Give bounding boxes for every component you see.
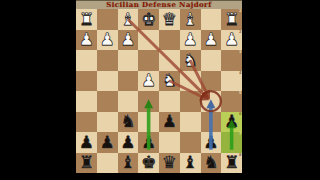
- square-b6[interactable]: [201, 112, 222, 133]
- black-pawn: ♟: [120, 134, 135, 151]
- rank-label-3: 3: [239, 50, 242, 54]
- rank-label-2: 2: [239, 30, 242, 34]
- square-g7[interactable]: ♟: [97, 132, 118, 153]
- black-pawn: ♟: [162, 113, 177, 130]
- black-pawn: ♟: [224, 113, 239, 130]
- black-pawn: ♟: [141, 134, 156, 151]
- black-rook: ♜: [79, 154, 94, 171]
- square-b2[interactable]: ♟: [201, 30, 222, 51]
- black-queen: ♛: [162, 154, 177, 171]
- black-rook: ♜: [224, 154, 239, 171]
- white-pawn: ♟: [224, 31, 239, 48]
- square-d1[interactable]: ♛: [159, 9, 180, 30]
- square-d7[interactable]: [159, 132, 180, 153]
- black-bishop: ♝: [183, 154, 198, 171]
- square-b8[interactable]: ♞: [201, 153, 222, 174]
- square-d8[interactable]: ♛: [159, 153, 180, 174]
- rank-label-8: 8: [239, 153, 242, 157]
- white-knight: ♞: [183, 52, 198, 69]
- white-pawn: ♟: [183, 31, 198, 48]
- title-bar: Sicilian Defense Najdorf: [76, 0, 242, 9]
- square-d6[interactable]: ♟: [159, 112, 180, 133]
- square-e6[interactable]: [138, 112, 159, 133]
- square-h1[interactable]: ♜: [76, 9, 97, 30]
- rank-label-7: 7: [239, 132, 242, 136]
- square-b4[interactable]: [201, 71, 222, 92]
- square-e7[interactable]: ♟: [138, 132, 159, 153]
- black-pawn: ♟: [100, 134, 115, 151]
- white-knight: ♞: [162, 72, 177, 89]
- rank-label-1: 1: [239, 9, 242, 13]
- white-pawn: ♟: [120, 31, 135, 48]
- square-a3[interactable]: 3: [221, 50, 242, 71]
- black-king: ♚: [141, 154, 156, 171]
- square-c1[interactable]: ♝: [180, 9, 201, 30]
- rank-label-5: 5: [239, 91, 242, 95]
- square-f7[interactable]: ♟: [118, 132, 139, 153]
- square-d2[interactable]: [159, 30, 180, 51]
- square-f2[interactable]: ♟: [118, 30, 139, 51]
- rank-label-4: 4: [239, 71, 242, 75]
- black-pawn: ♟: [203, 134, 218, 151]
- black-pawn: ♟: [79, 134, 94, 151]
- square-g3[interactable]: [97, 50, 118, 71]
- white-bishop: ♝: [183, 11, 198, 28]
- square-c7[interactable]: [180, 132, 201, 153]
- square-e5[interactable]: [138, 91, 159, 112]
- square-g8[interactable]: [97, 153, 118, 174]
- black-knight: ♞: [203, 154, 218, 171]
- rank-label-6: 6: [239, 112, 242, 116]
- white-rook: ♜: [224, 11, 239, 28]
- square-g4[interactable]: [97, 71, 118, 92]
- video-frame: Sicilian Defense Najdorf ♜♝♚♛♝♜1♟♟♟♟♟♟2♞…: [0, 0, 320, 180]
- square-c2[interactable]: ♟: [180, 30, 201, 51]
- square-a7[interactable]: 7: [221, 132, 242, 153]
- white-bishop: ♝: [120, 11, 135, 28]
- square-f4[interactable]: [118, 71, 139, 92]
- square-e2[interactable]: [138, 30, 159, 51]
- white-pawn: ♟: [79, 31, 94, 48]
- chess-board[interactable]: ♜♝♚♛♝♜1♟♟♟♟♟♟2♞3♟♞45♞♟♟6♟♟♟♟♟7♜♝♚♛♝♞♜8: [76, 9, 242, 173]
- square-f3[interactable]: [118, 50, 139, 71]
- square-b5[interactable]: [201, 91, 222, 112]
- square-d4[interactable]: ♞: [159, 71, 180, 92]
- square-h4[interactable]: [76, 71, 97, 92]
- square-g1[interactable]: [97, 9, 118, 30]
- square-b1[interactable]: [201, 9, 222, 30]
- square-h7[interactable]: ♟: [76, 132, 97, 153]
- square-a4[interactable]: 4: [221, 71, 242, 92]
- square-f6[interactable]: ♞: [118, 112, 139, 133]
- square-e8[interactable]: ♚: [138, 153, 159, 174]
- opening-title: Sicilian Defense Najdorf: [106, 1, 211, 9]
- square-g5[interactable]: [97, 91, 118, 112]
- square-a5[interactable]: 5: [221, 91, 242, 112]
- black-knight: ♞: [120, 113, 135, 130]
- square-f8[interactable]: ♝: [118, 153, 139, 174]
- square-c6[interactable]: [180, 112, 201, 133]
- square-h6[interactable]: [76, 112, 97, 133]
- square-b3[interactable]: [201, 50, 222, 71]
- square-a1[interactable]: ♜1: [221, 9, 242, 30]
- black-bishop: ♝: [120, 154, 135, 171]
- square-e1[interactable]: ♚: [138, 9, 159, 30]
- square-c4[interactable]: [180, 71, 201, 92]
- white-king: ♚: [141, 11, 156, 28]
- white-rook: ♜: [79, 11, 94, 28]
- square-a2[interactable]: ♟2: [221, 30, 242, 51]
- square-g6[interactable]: [97, 112, 118, 133]
- white-queen: ♛: [162, 11, 177, 28]
- square-f1[interactable]: ♝: [118, 9, 139, 30]
- square-c5[interactable]: [180, 91, 201, 112]
- white-pawn: ♟: [100, 31, 115, 48]
- square-h5[interactable]: [76, 91, 97, 112]
- square-e3[interactable]: [138, 50, 159, 71]
- square-d5[interactable]: [159, 91, 180, 112]
- square-b7[interactable]: ♟: [201, 132, 222, 153]
- square-h2[interactable]: ♟: [76, 30, 97, 51]
- white-pawn: ♟: [141, 72, 156, 89]
- square-e4[interactable]: ♟: [138, 71, 159, 92]
- square-a6[interactable]: ♟6: [221, 112, 242, 133]
- square-f5[interactable]: [118, 91, 139, 112]
- square-g2[interactable]: ♟: [97, 30, 118, 51]
- square-h3[interactable]: [76, 50, 97, 71]
- square-a8[interactable]: ♜8: [221, 153, 242, 174]
- white-pawn: ♟: [203, 31, 218, 48]
- square-d3[interactable]: [159, 50, 180, 71]
- square-h8[interactable]: ♜: [76, 153, 97, 174]
- square-c3[interactable]: ♞: [180, 50, 201, 71]
- square-c8[interactable]: ♝: [180, 153, 201, 174]
